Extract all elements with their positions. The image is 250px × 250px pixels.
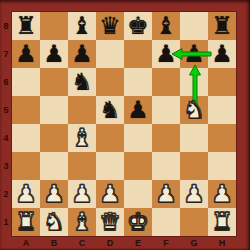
- rank-label-7: 7: [0, 40, 12, 68]
- black-pawn-e5[interactable]: ♟: [127, 96, 149, 124]
- white-pawn-f2[interactable]: ♟: [155, 180, 177, 208]
- white-king-e1[interactable]: ♚: [127, 208, 149, 236]
- piece-cell-d8: ♛: [96, 12, 124, 40]
- white-pawn-c2[interactable]: ♟: [71, 180, 93, 208]
- piece-cell-g6: [180, 68, 208, 96]
- piece-cell-e1: ♚: [124, 208, 152, 236]
- piece-cell-a1: ♜: [12, 208, 40, 236]
- black-pawn-b7[interactable]: ♟: [43, 40, 65, 68]
- piece-cell-a6: [12, 68, 40, 96]
- black-bishop-c8[interactable]: ♝: [71, 12, 93, 40]
- chess-board: ♜♝♛♚♝♜♟♟♟♟♟♟♞♞♟♞♝♟♟♟♟♟♟♟♜♞♝♛♚♜: [12, 12, 236, 236]
- white-rook-a1[interactable]: ♜: [15, 208, 37, 236]
- white-knight-b1[interactable]: ♞: [43, 208, 65, 236]
- piece-cell-d5: ♞: [96, 96, 124, 124]
- file-label-d: D: [96, 236, 124, 250]
- piece-cell-c5: [68, 96, 96, 124]
- file-label-a: A: [12, 236, 40, 250]
- file-label-e: E: [124, 236, 152, 250]
- piece-cell-f7: ♟: [152, 40, 180, 68]
- rank-label-6: 6: [0, 68, 12, 96]
- piece-cell-b7: ♟: [40, 40, 68, 68]
- piece-cell-a8: ♜: [12, 12, 40, 40]
- rank-label-8: 8: [0, 12, 12, 40]
- piece-cell-c6: ♞: [68, 68, 96, 96]
- black-pawn-h7[interactable]: ♟: [211, 40, 233, 68]
- piece-cell-c3: [68, 152, 96, 180]
- piece-cell-e8: ♚: [124, 12, 152, 40]
- piece-cell-d7: [96, 40, 124, 68]
- piece-cell-d1: ♛: [96, 208, 124, 236]
- rank-label-5: 5: [0, 96, 12, 124]
- black-queen-d8[interactable]: ♛: [99, 12, 121, 40]
- piece-cell-h5: [208, 96, 236, 124]
- piece-cell-g4: [180, 124, 208, 152]
- piece-cell-c2: ♟: [68, 180, 96, 208]
- white-pawn-h2[interactable]: ♟: [211, 180, 233, 208]
- piece-cell-h7: ♟: [208, 40, 236, 68]
- piece-cell-g1: [180, 208, 208, 236]
- piece-cell-a2: ♟: [12, 180, 40, 208]
- pieces-layer: ♜♝♛♚♝♜♟♟♟♟♟♟♞♞♟♞♝♟♟♟♟♟♟♟♜♞♝♛♚♜: [12, 12, 236, 236]
- piece-cell-f1: [152, 208, 180, 236]
- piece-cell-c8: ♝: [68, 12, 96, 40]
- piece-cell-e5: ♟: [124, 96, 152, 124]
- piece-cell-e2: [124, 180, 152, 208]
- piece-cell-e6: [124, 68, 152, 96]
- rank-label-1: 1: [0, 208, 12, 236]
- black-knight-d5[interactable]: ♞: [99, 96, 121, 124]
- black-king-e8[interactable]: ♚: [127, 12, 149, 40]
- piece-cell-h3: [208, 152, 236, 180]
- piece-cell-b6: [40, 68, 68, 96]
- black-rook-a8[interactable]: ♜: [15, 12, 37, 40]
- white-bishop-c1[interactable]: ♝: [71, 208, 93, 236]
- piece-cell-g7: ♟: [180, 40, 208, 68]
- black-pawn-g7[interactable]: ♟: [183, 40, 205, 68]
- piece-cell-d4: [96, 124, 124, 152]
- piece-cell-e3: [124, 152, 152, 180]
- piece-cell-f4: [152, 124, 180, 152]
- piece-cell-b4: [40, 124, 68, 152]
- white-pawn-a2[interactable]: ♟: [15, 180, 37, 208]
- piece-cell-f8: ♝: [152, 12, 180, 40]
- piece-cell-h8: ♜: [208, 12, 236, 40]
- piece-cell-f6: [152, 68, 180, 96]
- piece-cell-h1: ♜: [208, 208, 236, 236]
- piece-cell-g8: [180, 12, 208, 40]
- file-label-c: C: [68, 236, 96, 250]
- file-label-f: F: [152, 236, 180, 250]
- white-bishop-c4[interactable]: ♝: [71, 124, 93, 152]
- piece-cell-d3: [96, 152, 124, 180]
- white-knight-g5[interactable]: ♞: [183, 96, 205, 124]
- black-rook-h8[interactable]: ♜: [211, 12, 233, 40]
- piece-cell-c1: ♝: [68, 208, 96, 236]
- piece-cell-f3: [152, 152, 180, 180]
- white-rook-h1[interactable]: ♜: [211, 208, 233, 236]
- piece-cell-e7: [124, 40, 152, 68]
- piece-cell-g5: ♞: [180, 96, 208, 124]
- rank-label-3: 3: [0, 152, 12, 180]
- black-pawn-a7[interactable]: ♟: [15, 40, 37, 68]
- white-pawn-d2[interactable]: ♟: [99, 180, 121, 208]
- black-pawn-c7[interactable]: ♟: [71, 40, 93, 68]
- piece-cell-c7: ♟: [68, 40, 96, 68]
- chess-board-frame: ♜♝♛♚♝♜♟♟♟♟♟♟♞♞♟♞♝♟♟♟♟♟♟♟♜♞♝♛♚♜ 87654321 …: [0, 0, 250, 250]
- piece-cell-f5: [152, 96, 180, 124]
- white-pawn-b2[interactable]: ♟: [43, 180, 65, 208]
- black-pawn-f7[interactable]: ♟: [155, 40, 177, 68]
- piece-cell-a7: ♟: [12, 40, 40, 68]
- piece-cell-a3: [12, 152, 40, 180]
- rank-label-4: 4: [0, 124, 12, 152]
- white-pawn-g2[interactable]: ♟: [183, 180, 205, 208]
- piece-cell-g2: ♟: [180, 180, 208, 208]
- piece-cell-c4: ♝: [68, 124, 96, 152]
- piece-cell-d2: ♟: [96, 180, 124, 208]
- piece-cell-a5: [12, 96, 40, 124]
- piece-cell-f2: ♟: [152, 180, 180, 208]
- piece-cell-e4: [124, 124, 152, 152]
- piece-cell-b1: ♞: [40, 208, 68, 236]
- piece-cell-g3: [180, 152, 208, 180]
- piece-cell-b3: [40, 152, 68, 180]
- piece-cell-h6: [208, 68, 236, 96]
- rank-label-2: 2: [0, 180, 12, 208]
- file-label-g: G: [180, 236, 208, 250]
- piece-cell-h4: [208, 124, 236, 152]
- piece-cell-h2: ♟: [208, 180, 236, 208]
- piece-cell-b2: ♟: [40, 180, 68, 208]
- white-queen-d1[interactable]: ♛: [99, 208, 121, 236]
- piece-cell-b8: [40, 12, 68, 40]
- piece-cell-d6: [96, 68, 124, 96]
- file-label-h: H: [208, 236, 236, 250]
- piece-cell-b5: [40, 96, 68, 124]
- file-label-b: B: [40, 236, 68, 250]
- black-bishop-f8[interactable]: ♝: [155, 12, 177, 40]
- black-knight-c6[interactable]: ♞: [71, 68, 93, 96]
- piece-cell-a4: [12, 124, 40, 152]
